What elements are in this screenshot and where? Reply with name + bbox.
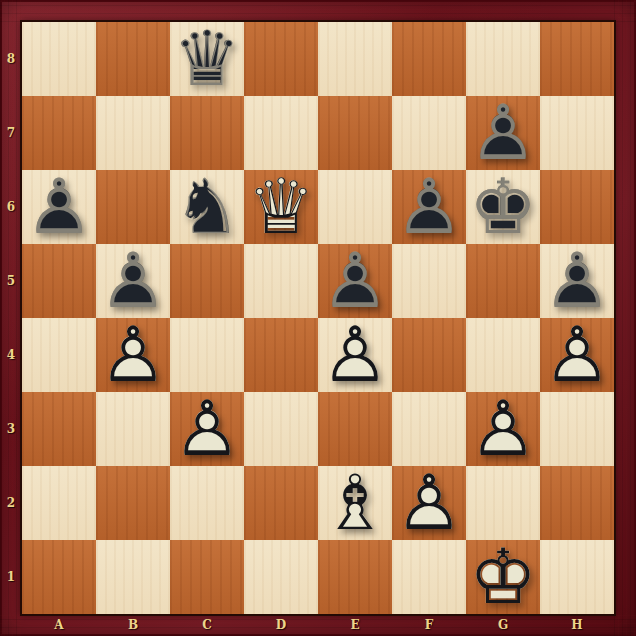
file-label-c: C: [170, 614, 244, 636]
square-a1[interactable]: [22, 540, 96, 614]
white-pawn-g3[interactable]: ♟♙: [466, 392, 540, 466]
square-d4[interactable]: [244, 318, 318, 392]
chess-board: ♛♕♟♙♟♙♞♘♛♕♟♙♚♔♟♙♟♙♟♙♟♙♟♙♟♙♟♙♟♙♝♗♟♙♚♔: [22, 22, 614, 614]
square-d1[interactable]: [244, 540, 318, 614]
pawn-outline-icon: ♙: [318, 244, 392, 318]
square-h8[interactable]: [540, 22, 614, 96]
square-f6[interactable]: ♟♙: [392, 170, 466, 244]
square-f4[interactable]: [392, 318, 466, 392]
white-pawn-c3[interactable]: ♟♙: [170, 392, 244, 466]
square-h3[interactable]: [540, 392, 614, 466]
square-a3[interactable]: [22, 392, 96, 466]
black-king-g6[interactable]: ♚♔: [466, 170, 540, 244]
square-b3[interactable]: [96, 392, 170, 466]
rank-label-3: 3: [0, 392, 22, 466]
rank-label-2: 2: [0, 466, 22, 540]
square-h4[interactable]: ♟♙: [540, 318, 614, 392]
square-g2[interactable]: [466, 466, 540, 540]
pawn-outline-icon: ♙: [466, 392, 540, 466]
frame-bottom-edge: [0, 614, 636, 636]
square-b2[interactable]: [96, 466, 170, 540]
frame-right-edge: [614, 0, 636, 636]
bishop-outline-icon: ♗: [318, 466, 392, 540]
square-f3[interactable]: [392, 392, 466, 466]
black-pawn-e5[interactable]: ♟♙: [318, 244, 392, 318]
frame-top-edge: [0, 0, 636, 22]
pawn-outline-icon: ♙: [540, 318, 614, 392]
square-a6[interactable]: ♟♙: [22, 170, 96, 244]
rank-label-6: 6: [0, 170, 22, 244]
square-a5[interactable]: [22, 244, 96, 318]
queen-outline-icon: ♕: [170, 22, 244, 96]
square-c2[interactable]: [170, 466, 244, 540]
square-c7[interactable]: [170, 96, 244, 170]
square-a2[interactable]: [22, 466, 96, 540]
white-pawn-b4[interactable]: ♟♙: [96, 318, 170, 392]
black-pawn-h5[interactable]: ♟♙: [540, 244, 614, 318]
square-e5[interactable]: ♟♙: [318, 244, 392, 318]
black-pawn-f6[interactable]: ♟♙: [392, 170, 466, 244]
square-e8[interactable]: [318, 22, 392, 96]
black-pawn-g7[interactable]: ♟♙: [466, 96, 540, 170]
pawn-outline-icon: ♙: [96, 244, 170, 318]
pawn-outline-icon: ♙: [540, 244, 614, 318]
square-d8[interactable]: [244, 22, 318, 96]
square-e2[interactable]: ♝♗: [318, 466, 392, 540]
frame-left-edge: [0, 0, 22, 636]
square-h6[interactable]: [540, 170, 614, 244]
square-b5[interactable]: ♟♙: [96, 244, 170, 318]
pawn-outline-icon: ♙: [96, 318, 170, 392]
square-e3[interactable]: [318, 392, 392, 466]
square-g4[interactable]: [466, 318, 540, 392]
rank-label-8: 8: [0, 22, 22, 96]
square-b6[interactable]: [96, 170, 170, 244]
square-f5[interactable]: [392, 244, 466, 318]
black-queen-c8[interactable]: ♛♕: [170, 22, 244, 96]
square-e1[interactable]: [318, 540, 392, 614]
square-c4[interactable]: [170, 318, 244, 392]
square-g3[interactable]: ♟♙: [466, 392, 540, 466]
square-h2[interactable]: [540, 466, 614, 540]
square-f1[interactable]: [392, 540, 466, 614]
square-h7[interactable]: [540, 96, 614, 170]
pawn-outline-icon: ♙: [22, 170, 96, 244]
square-f2[interactable]: ♟♙: [392, 466, 466, 540]
file-label-e: E: [318, 614, 392, 636]
file-label-f: F: [392, 614, 466, 636]
square-g8[interactable]: [466, 22, 540, 96]
white-queen-d6[interactable]: ♛♕: [244, 170, 318, 244]
pawn-outline-icon: ♙: [466, 96, 540, 170]
square-b1[interactable]: [96, 540, 170, 614]
black-pawn-a6[interactable]: ♟♙: [22, 170, 96, 244]
rank-label-5: 5: [0, 244, 22, 318]
file-label-a: A: [22, 614, 96, 636]
square-g5[interactable]: [466, 244, 540, 318]
square-h5[interactable]: ♟♙: [540, 244, 614, 318]
square-g7[interactable]: ♟♙: [466, 96, 540, 170]
square-c5[interactable]: [170, 244, 244, 318]
rank-label-1: 1: [0, 540, 22, 614]
black-pawn-b5[interactable]: ♟♙: [96, 244, 170, 318]
square-d5[interactable]: [244, 244, 318, 318]
square-d2[interactable]: [244, 466, 318, 540]
queen-outline-icon: ♕: [244, 170, 318, 244]
square-b7[interactable]: [96, 96, 170, 170]
square-b8[interactable]: [96, 22, 170, 96]
square-f7[interactable]: [392, 96, 466, 170]
file-label-d: D: [244, 614, 318, 636]
square-a8[interactable]: [22, 22, 96, 96]
square-a7[interactable]: [22, 96, 96, 170]
square-c8[interactable]: ♛♕: [170, 22, 244, 96]
king-outline-icon: ♔: [466, 170, 540, 244]
white-bishop-e2[interactable]: ♝♗: [318, 466, 392, 540]
square-e6[interactable]: [318, 170, 392, 244]
square-e4[interactable]: ♟♙: [318, 318, 392, 392]
square-g6[interactable]: ♚♔: [466, 170, 540, 244]
pawn-outline-icon: ♙: [170, 392, 244, 466]
pawn-outline-icon: ♙: [392, 170, 466, 244]
square-b4[interactable]: ♟♙: [96, 318, 170, 392]
square-a4[interactable]: [22, 318, 96, 392]
square-c6[interactable]: ♞♘: [170, 170, 244, 244]
white-pawn-f2[interactable]: ♟♙: [392, 466, 466, 540]
rank-label-4: 4: [0, 318, 22, 392]
square-c3[interactable]: ♟♙: [170, 392, 244, 466]
square-f8[interactable]: [392, 22, 466, 96]
pawn-outline-icon: ♙: [392, 466, 466, 540]
square-d7[interactable]: [244, 96, 318, 170]
rank-label-7: 7: [0, 96, 22, 170]
black-knight-c6[interactable]: ♞♘: [170, 170, 244, 244]
square-d6[interactable]: ♛♕: [244, 170, 318, 244]
square-c1[interactable]: [170, 540, 244, 614]
white-king-g1[interactable]: ♚♔: [466, 540, 540, 614]
square-e7[interactable]: [318, 96, 392, 170]
chess-board-frame: ♛♕♟♙♟♙♞♘♛♕♟♙♚♔♟♙♟♙♟♙♟♙♟♙♟♙♟♙♟♙♝♗♟♙♚♔ 876…: [0, 0, 636, 636]
square-d3[interactable]: [244, 392, 318, 466]
pawn-outline-icon: ♙: [318, 318, 392, 392]
knight-outline-icon: ♘: [170, 170, 244, 244]
king-outline-icon: ♔: [466, 540, 540, 614]
white-pawn-h4[interactable]: ♟♙: [540, 318, 614, 392]
file-label-h: H: [540, 614, 614, 636]
white-pawn-e4[interactable]: ♟♙: [318, 318, 392, 392]
square-g1[interactable]: ♚♔: [466, 540, 540, 614]
square-h1[interactable]: [540, 540, 614, 614]
file-label-b: B: [96, 614, 170, 636]
